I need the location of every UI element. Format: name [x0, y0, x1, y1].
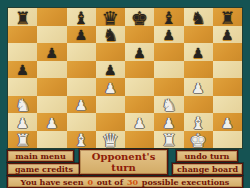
- square-d2[interactable]: [96, 113, 125, 131]
- square-d6[interactable]: [96, 43, 125, 61]
- square-e4[interactable]: [125, 78, 154, 96]
- square-h7[interactable]: ♟: [213, 26, 242, 44]
- black-rook-a8: ♜: [8, 10, 37, 27]
- black-pawn-f7: ♟: [154, 27, 183, 44]
- square-g5[interactable]: [184, 61, 213, 79]
- square-f6[interactable]: [154, 43, 183, 61]
- main-menu-label: main menu: [15, 151, 65, 161]
- white-pawn-g4: ♟: [184, 80, 213, 97]
- main-menu-button[interactable]: main menu: [7, 150, 74, 162]
- white-rook-f1: ♜: [154, 132, 183, 149]
- square-b8[interactable]: [37, 8, 66, 26]
- change-board-button[interactable]: change board: [172, 163, 243, 175]
- square-c3[interactable]: ♟: [67, 96, 96, 114]
- square-h3[interactable]: [213, 96, 242, 114]
- white-pawn-h2: ♟: [213, 115, 242, 132]
- white-rook-a1: ♜: [8, 132, 37, 149]
- undo-turn-label: undo turn: [185, 151, 230, 161]
- white-pawn-a2: ♟: [8, 115, 37, 132]
- square-h2[interactable]: ♟: [213, 113, 242, 131]
- white-pawn-c3: ♟: [67, 97, 96, 114]
- white-pawn-f2: ♟: [154, 115, 183, 132]
- square-b5[interactable]: [37, 61, 66, 79]
- square-a1[interactable]: ♜: [8, 131, 37, 149]
- undo-turn-button[interactable]: undo turn: [176, 150, 238, 162]
- square-f7[interactable]: ♟: [154, 26, 183, 44]
- turn-indicator-panel: Opponent's turn: [79, 149, 168, 175]
- black-pawn-g6: ♟: [184, 45, 213, 62]
- square-c5[interactable]: [67, 61, 96, 79]
- turn-indicator-line1: Opponent's: [92, 151, 156, 162]
- square-f5[interactable]: [154, 61, 183, 79]
- square-h4[interactable]: [213, 78, 242, 96]
- square-g7[interactable]: [184, 26, 213, 44]
- square-a6[interactable]: [8, 43, 37, 61]
- square-f2[interactable]: ♟: [154, 113, 183, 131]
- black-pawn-b6: ♟: [37, 45, 66, 62]
- square-c2[interactable]: [67, 113, 96, 131]
- black-pawn-a5: ♟: [8, 62, 37, 79]
- square-b2[interactable]: ♟: [37, 113, 66, 131]
- square-e5[interactable]: [125, 61, 154, 79]
- turn-indicator-line2: turn: [111, 162, 135, 173]
- square-b7[interactable]: [37, 26, 66, 44]
- black-pawn-e6: ♟: [125, 45, 154, 62]
- status-suffix: possible executions: [139, 177, 229, 187]
- white-king-g1: ♚: [184, 132, 213, 149]
- square-a2[interactable]: ♟: [8, 113, 37, 131]
- square-a7[interactable]: [8, 26, 37, 44]
- square-f8[interactable]: ♝: [154, 8, 183, 26]
- square-e7[interactable]: [125, 26, 154, 44]
- game-screen: ♜♝♛♚♝♞♜♟♞♟♟♟♟♟♟♟♟♟♞♟♞♟♟♟♟♝♟♜♝♛♜♚ main me…: [0, 0, 250, 188]
- square-c6[interactable]: [67, 43, 96, 61]
- black-knight-g8: ♞: [184, 10, 213, 27]
- square-g3[interactable]: [184, 96, 213, 114]
- square-d8[interactable]: ♛: [96, 8, 125, 26]
- black-queen-d8: ♛: [96, 10, 125, 27]
- white-knight-a3: ♞: [8, 97, 37, 114]
- executions-status-bar: You have seen 0 out of 30 possible execu…: [7, 176, 243, 188]
- black-king-e8: ♚: [125, 10, 154, 27]
- square-b3[interactable]: [37, 96, 66, 114]
- black-knight-d7: ♞: [96, 27, 125, 44]
- black-rook-h8: ♜: [213, 10, 242, 27]
- white-knight-f3: ♞: [154, 97, 183, 114]
- square-h1[interactable]: [213, 131, 242, 149]
- square-c4[interactable]: [67, 78, 96, 96]
- white-bishop-g2: ♝: [184, 115, 213, 132]
- square-b4[interactable]: [37, 78, 66, 96]
- square-d4[interactable]: ♟: [96, 78, 125, 96]
- game-credits-label: game credits: [15, 164, 73, 174]
- status-prefix: You have seen: [21, 177, 87, 187]
- square-a8[interactable]: ♜: [8, 8, 37, 26]
- square-a3[interactable]: ♞: [8, 96, 37, 114]
- white-pawn-b2: ♟: [37, 115, 66, 132]
- square-c7[interactable]: ♟: [67, 26, 96, 44]
- total-count: 30: [126, 177, 139, 187]
- square-g6[interactable]: ♟: [184, 43, 213, 61]
- square-a4[interactable]: [8, 78, 37, 96]
- game-credits-button[interactable]: game credits: [7, 163, 81, 175]
- square-e8[interactable]: ♚: [125, 8, 154, 26]
- square-g4[interactable]: ♟: [184, 78, 213, 96]
- square-h6[interactable]: [213, 43, 242, 61]
- seen-count: 0: [86, 177, 94, 187]
- square-d5[interactable]: ♟: [96, 61, 125, 79]
- square-c8[interactable]: ♝: [67, 8, 96, 26]
- black-bishop-f8: ♝: [154, 10, 183, 27]
- white-pawn-d4: ♟: [96, 80, 125, 97]
- square-h8[interactable]: ♜: [213, 8, 242, 26]
- black-pawn-d5: ♟: [96, 62, 125, 79]
- black-pawn-h7: ♟: [213, 27, 242, 44]
- square-d1[interactable]: ♛: [96, 131, 125, 149]
- square-g1[interactable]: ♚: [184, 131, 213, 149]
- square-c1[interactable]: ♝: [67, 131, 96, 149]
- square-b6[interactable]: ♟: [37, 43, 66, 61]
- chess-board: ♜♝♛♚♝♞♜♟♞♟♟♟♟♟♟♟♟♟♞♟♞♟♟♟♟♝♟♜♝♛♜♚: [8, 8, 242, 148]
- square-e6[interactable]: ♟: [125, 43, 154, 61]
- square-e1[interactable]: [125, 131, 154, 149]
- status-middle: out of: [94, 177, 126, 187]
- square-a5[interactable]: ♟: [8, 61, 37, 79]
- square-e3[interactable]: [125, 96, 154, 114]
- square-f4[interactable]: [154, 78, 183, 96]
- square-h5[interactable]: [213, 61, 242, 79]
- square-g2[interactable]: ♝: [184, 113, 213, 131]
- black-pawn-c7: ♟: [67, 27, 96, 44]
- square-f1[interactable]: ♜: [154, 131, 183, 149]
- white-bishop-c1: ♝: [67, 132, 96, 149]
- white-pawn-e2: ♟: [125, 115, 154, 132]
- square-e2[interactable]: ♟: [125, 113, 154, 131]
- white-queen-d1: ♛: [96, 132, 125, 149]
- change-board-label: change board: [177, 164, 238, 174]
- square-d3[interactable]: [96, 96, 125, 114]
- square-g8[interactable]: ♞: [184, 8, 213, 26]
- black-bishop-c8: ♝: [67, 10, 96, 27]
- square-f3[interactable]: ♞: [154, 96, 183, 114]
- square-d7[interactable]: ♞: [96, 26, 125, 44]
- square-b1[interactable]: [37, 131, 66, 149]
